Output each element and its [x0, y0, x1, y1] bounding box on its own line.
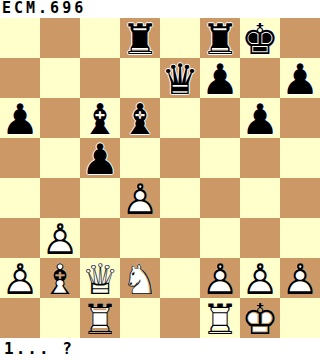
piece-white-knight[interactable]: ♞♘ [120, 258, 160, 298]
white-queen-outline-icon: ♕ [80, 258, 120, 298]
square-e7[interactable]: ♛ [160, 58, 200, 98]
piece-black-pawn[interactable]: ♟ [240, 98, 280, 138]
square-g5[interactable] [240, 138, 280, 178]
white-pawn-outline-icon: ♙ [200, 258, 240, 298]
square-g6[interactable]: ♟ [240, 98, 280, 138]
piece-white-pawn[interactable]: ♟♙ [200, 258, 240, 298]
square-e5[interactable] [160, 138, 200, 178]
piece-black-bishop[interactable]: ♝ [80, 98, 120, 138]
square-b4[interactable] [40, 178, 80, 218]
square-a1[interactable] [0, 298, 40, 338]
black-rook-icon: ♜ [120, 18, 160, 58]
square-a6[interactable]: ♟ [0, 98, 40, 138]
square-g1[interactable]: ♚♔ [240, 298, 280, 338]
square-b8[interactable] [40, 18, 80, 58]
square-h1[interactable] [280, 298, 320, 338]
black-pawn-icon: ♟ [200, 58, 240, 98]
square-d1[interactable] [120, 298, 160, 338]
square-g3[interactable] [240, 218, 280, 258]
piece-white-pawn[interactable]: ♟♙ [40, 218, 80, 258]
white-pawn-outline-icon: ♙ [40, 218, 80, 258]
square-f7[interactable]: ♟ [200, 58, 240, 98]
square-g8[interactable]: ♚ [240, 18, 280, 58]
black-bishop-icon: ♝ [80, 98, 120, 138]
piece-white-pawn[interactable]: ♟♙ [280, 258, 320, 298]
square-a5[interactable] [0, 138, 40, 178]
black-king-icon: ♚ [240, 18, 280, 58]
piece-black-bishop[interactable]: ♝ [120, 98, 160, 138]
piece-black-pawn[interactable]: ♟ [80, 138, 120, 178]
square-h3[interactable] [280, 218, 320, 258]
square-d5[interactable] [120, 138, 160, 178]
white-pawn-outline-icon: ♙ [280, 258, 320, 298]
black-queen-icon: ♛ [160, 58, 200, 98]
square-b7[interactable] [40, 58, 80, 98]
black-bishop-icon: ♝ [120, 98, 160, 138]
square-e3[interactable] [160, 218, 200, 258]
black-rook-icon: ♜ [200, 18, 240, 58]
square-d2[interactable]: ♞♘ [120, 258, 160, 298]
square-h4[interactable] [280, 178, 320, 218]
square-e1[interactable] [160, 298, 200, 338]
square-a7[interactable] [0, 58, 40, 98]
piece-white-bishop[interactable]: ♝♗ [40, 258, 80, 298]
chess-board: ♜♜♚♛♟♟♟♝♝♟♟♟♙♟♙♟♙♝♗♛♕♞♘♟♙♟♙♟♙♜♖♜♖♚♔ [0, 18, 320, 338]
square-h5[interactable] [280, 138, 320, 178]
square-c6[interactable]: ♝ [80, 98, 120, 138]
white-pawn-outline-icon: ♙ [240, 258, 280, 298]
square-f1[interactable]: ♜♖ [200, 298, 240, 338]
white-rook-outline-icon: ♖ [80, 298, 120, 338]
square-e6[interactable] [160, 98, 200, 138]
square-b5[interactable] [40, 138, 80, 178]
square-c4[interactable] [80, 178, 120, 218]
square-a3[interactable] [0, 218, 40, 258]
square-h8[interactable] [280, 18, 320, 58]
square-b6[interactable] [40, 98, 80, 138]
piece-white-pawn[interactable]: ♟♙ [120, 178, 160, 218]
black-pawn-icon: ♟ [280, 58, 320, 98]
piece-black-rook[interactable]: ♜ [120, 18, 160, 58]
white-rook-outline-icon: ♖ [200, 298, 240, 338]
black-pawn-icon: ♟ [0, 98, 40, 138]
square-h6[interactable] [280, 98, 320, 138]
square-f2[interactable]: ♟♙ [200, 258, 240, 298]
square-c7[interactable] [80, 58, 120, 98]
square-f5[interactable] [200, 138, 240, 178]
square-c2[interactable]: ♛♕ [80, 258, 120, 298]
square-d7[interactable] [120, 58, 160, 98]
square-g2[interactable]: ♟♙ [240, 258, 280, 298]
square-h7[interactable]: ♟ [280, 58, 320, 98]
square-c1[interactable]: ♜♖ [80, 298, 120, 338]
piece-black-king[interactable]: ♚ [240, 18, 280, 58]
square-g4[interactable] [240, 178, 280, 218]
square-c8[interactable] [80, 18, 120, 58]
piece-white-pawn[interactable]: ♟♙ [0, 258, 40, 298]
square-d8[interactable]: ♜ [120, 18, 160, 58]
square-f4[interactable] [200, 178, 240, 218]
square-a4[interactable] [0, 178, 40, 218]
square-f8[interactable]: ♜ [200, 18, 240, 58]
piece-white-king[interactable]: ♚♔ [240, 298, 280, 338]
square-a2[interactable]: ♟♙ [0, 258, 40, 298]
square-f3[interactable] [200, 218, 240, 258]
square-g7[interactable] [240, 58, 280, 98]
black-pawn-icon: ♟ [240, 98, 280, 138]
square-d4[interactable]: ♟♙ [120, 178, 160, 218]
square-h2[interactable]: ♟♙ [280, 258, 320, 298]
square-e2[interactable] [160, 258, 200, 298]
piece-black-pawn[interactable]: ♟ [0, 98, 40, 138]
black-pawn-icon: ♟ [80, 138, 120, 178]
piece-white-queen[interactable]: ♛♕ [80, 258, 120, 298]
piece-white-pawn[interactable]: ♟♙ [240, 258, 280, 298]
piece-black-pawn[interactable]: ♟ [200, 58, 240, 98]
white-king-outline-icon: ♔ [240, 298, 280, 338]
chess-app-window: ECM.696 ♜♜♚♛♟♟♟♝♝♟♟♟♙♟♙♟♙♝♗♛♕♞♘♟♙♟♙♟♙♜♖♜… [0, 0, 320, 360]
piece-black-pawn[interactable]: ♟ [280, 58, 320, 98]
square-d6[interactable]: ♝ [120, 98, 160, 138]
white-knight-outline-icon: ♘ [120, 258, 160, 298]
white-pawn-outline-icon: ♙ [120, 178, 160, 218]
square-b2[interactable]: ♝♗ [40, 258, 80, 298]
piece-black-rook[interactable]: ♜ [200, 18, 240, 58]
white-pawn-outline-icon: ♙ [0, 258, 40, 298]
piece-white-rook[interactable]: ♜♖ [200, 298, 240, 338]
square-d3[interactable] [120, 218, 160, 258]
piece-white-rook[interactable]: ♜♖ [80, 298, 120, 338]
white-bishop-outline-icon: ♗ [40, 258, 80, 298]
square-f6[interactable] [200, 98, 240, 138]
square-e8[interactable] [160, 18, 200, 58]
square-e4[interactable] [160, 178, 200, 218]
square-a8[interactable] [0, 18, 40, 58]
square-b1[interactable] [40, 298, 80, 338]
square-b3[interactable]: ♟♙ [40, 218, 80, 258]
piece-black-queen[interactable]: ♛ [160, 58, 200, 98]
square-c3[interactable] [80, 218, 120, 258]
square-c5[interactable]: ♟ [80, 138, 120, 178]
